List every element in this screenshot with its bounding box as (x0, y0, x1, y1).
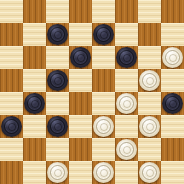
square-h4[interactable] (161, 92, 184, 115)
square-a1[interactable] (0, 161, 23, 184)
black-man-c3[interactable] (47, 116, 68, 137)
square-e6[interactable] (92, 46, 115, 69)
black-man-f6[interactable] (116, 47, 137, 68)
black-man-c5[interactable] (47, 70, 68, 91)
square-h6[interactable] (161, 46, 184, 69)
square-g5[interactable] (138, 69, 161, 92)
black-man-c7[interactable] (47, 24, 68, 45)
square-g8[interactable] (138, 0, 161, 23)
square-a8[interactable] (0, 0, 23, 23)
white-man-h6[interactable] (162, 47, 183, 68)
square-f3[interactable] (115, 115, 138, 138)
white-man-e3[interactable] (93, 116, 114, 137)
black-man-d6[interactable] (70, 47, 91, 68)
square-f5[interactable] (115, 69, 138, 92)
square-a6[interactable] (0, 46, 23, 69)
square-a4[interactable] (0, 92, 23, 115)
square-e4[interactable] (92, 92, 115, 115)
square-h1[interactable] (161, 161, 184, 184)
square-b3[interactable] (23, 115, 46, 138)
square-d3[interactable] (69, 115, 92, 138)
square-c6[interactable] (46, 46, 69, 69)
white-man-g1[interactable] (139, 162, 160, 183)
square-g6[interactable] (138, 46, 161, 69)
square-e7[interactable] (92, 23, 115, 46)
square-b8[interactable] (23, 0, 46, 23)
square-d8[interactable] (69, 0, 92, 23)
square-f6[interactable] (115, 46, 138, 69)
square-b2[interactable] (23, 138, 46, 161)
square-a2[interactable] (0, 138, 23, 161)
square-a3[interactable] (0, 115, 23, 138)
square-b1[interactable] (23, 161, 46, 184)
square-d1[interactable] (69, 161, 92, 184)
square-b6[interactable] (23, 46, 46, 69)
square-c8[interactable] (46, 0, 69, 23)
square-b5[interactable] (23, 69, 46, 92)
square-b4[interactable] (23, 92, 46, 115)
square-g2[interactable] (138, 138, 161, 161)
square-d4[interactable] (69, 92, 92, 115)
square-f8[interactable] (115, 0, 138, 23)
checkers-board (0, 0, 184, 184)
square-h7[interactable] (161, 23, 184, 46)
black-man-b4[interactable] (24, 93, 45, 114)
square-g7[interactable] (138, 23, 161, 46)
square-c4[interactable] (46, 92, 69, 115)
square-f2[interactable] (115, 138, 138, 161)
square-h5[interactable] (161, 69, 184, 92)
square-d5[interactable] (69, 69, 92, 92)
black-man-e7[interactable] (93, 24, 114, 45)
square-e3[interactable] (92, 115, 115, 138)
square-f4[interactable] (115, 92, 138, 115)
white-man-f4[interactable] (116, 93, 137, 114)
square-c7[interactable] (46, 23, 69, 46)
square-g4[interactable] (138, 92, 161, 115)
square-d7[interactable] (69, 23, 92, 46)
square-h2[interactable] (161, 138, 184, 161)
black-man-h4[interactable] (162, 93, 183, 114)
square-c1[interactable] (46, 161, 69, 184)
white-man-e1[interactable] (93, 162, 114, 183)
square-a7[interactable] (0, 23, 23, 46)
square-f7[interactable] (115, 23, 138, 46)
square-c5[interactable] (46, 69, 69, 92)
square-e5[interactable] (92, 69, 115, 92)
square-b7[interactable] (23, 23, 46, 46)
white-man-f2[interactable] (116, 139, 137, 160)
square-a5[interactable] (0, 69, 23, 92)
square-h8[interactable] (161, 0, 184, 23)
square-f1[interactable] (115, 161, 138, 184)
square-e8[interactable] (92, 0, 115, 23)
white-man-g5[interactable] (139, 70, 160, 91)
square-e2[interactable] (92, 138, 115, 161)
square-h3[interactable] (161, 115, 184, 138)
square-e1[interactable] (92, 161, 115, 184)
square-c3[interactable] (46, 115, 69, 138)
square-c2[interactable] (46, 138, 69, 161)
square-d6[interactable] (69, 46, 92, 69)
white-man-c1[interactable] (47, 162, 68, 183)
square-g3[interactable] (138, 115, 161, 138)
black-man-a3[interactable] (1, 116, 22, 137)
square-g1[interactable] (138, 161, 161, 184)
white-man-g3[interactable] (139, 116, 160, 137)
square-d2[interactable] (69, 138, 92, 161)
